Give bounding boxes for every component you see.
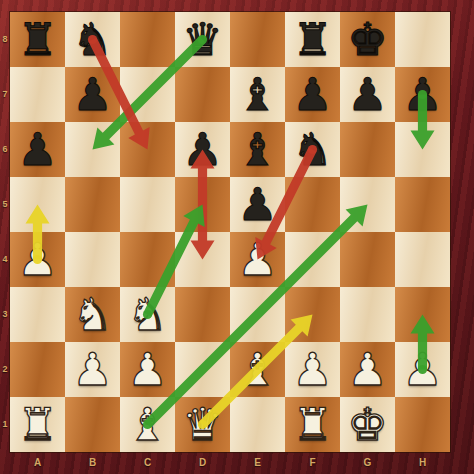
square-f3[interactable]: [285, 287, 340, 342]
rank-label-5: 5: [0, 199, 10, 209]
square-h7[interactable]: ♟: [395, 67, 450, 122]
white-pawn[interactable]: ♟: [72, 342, 112, 397]
square-c3[interactable]: ♞: [120, 287, 175, 342]
square-c8[interactable]: [120, 12, 175, 67]
white-pawn[interactable]: ♟: [292, 342, 332, 397]
square-h3[interactable]: [395, 287, 450, 342]
square-g4[interactable]: [340, 232, 395, 287]
square-a7[interactable]: [10, 67, 65, 122]
white-pawn[interactable]: ♟: [237, 232, 277, 287]
square-d5[interactable]: [175, 177, 230, 232]
square-b3[interactable]: ♞: [65, 287, 120, 342]
black-pawn[interactable]: ♟: [237, 177, 277, 232]
white-rook[interactable]: ♜: [292, 397, 332, 452]
square-f1[interactable]: ♜: [285, 397, 340, 452]
rank-label-6: 6: [0, 144, 10, 154]
file-label-e: E: [248, 457, 268, 468]
square-a8[interactable]: ♜: [10, 12, 65, 67]
square-g7[interactable]: ♟: [340, 67, 395, 122]
square-f5[interactable]: [285, 177, 340, 232]
square-b6[interactable]: [65, 122, 120, 177]
square-a5[interactable]: [10, 177, 65, 232]
square-g8[interactable]: ♚: [340, 12, 395, 67]
square-c6[interactable]: [120, 122, 175, 177]
square-c7[interactable]: [120, 67, 175, 122]
square-f6[interactable]: ♞: [285, 122, 340, 177]
white-pawn[interactable]: ♟: [347, 342, 387, 397]
white-pawn[interactable]: ♟: [402, 342, 442, 397]
file-label-b: B: [83, 457, 103, 468]
square-b1[interactable]: [65, 397, 120, 452]
file-label-c: C: [138, 457, 158, 468]
file-label-g: G: [358, 457, 378, 468]
rank-label-3: 3: [0, 309, 10, 319]
rank-label-2: 2: [0, 364, 10, 374]
white-pawn[interactable]: ♟: [127, 342, 167, 397]
square-d3[interactable]: [175, 287, 230, 342]
black-knight[interactable]: ♞: [292, 122, 332, 177]
black-pawn[interactable]: ♟: [347, 67, 387, 122]
square-b5[interactable]: [65, 177, 120, 232]
square-e3[interactable]: [230, 287, 285, 342]
square-d6[interactable]: ♟: [175, 122, 230, 177]
square-e2[interactable]: ♝: [230, 342, 285, 397]
rank-label-4: 4: [0, 254, 10, 264]
square-g5[interactable]: [340, 177, 395, 232]
square-d2[interactable]: [175, 342, 230, 397]
file-label-h: H: [413, 457, 433, 468]
square-g2[interactable]: ♟: [340, 342, 395, 397]
file-label-a: A: [28, 457, 48, 468]
square-e8[interactable]: [230, 12, 285, 67]
black-rook[interactable]: ♜: [292, 12, 332, 67]
black-king[interactable]: ♚: [347, 12, 387, 67]
square-g3[interactable]: [340, 287, 395, 342]
square-e5[interactable]: ♟: [230, 177, 285, 232]
white-pawn[interactable]: ♟: [17, 232, 57, 287]
square-f8[interactable]: ♜: [285, 12, 340, 67]
black-queen[interactable]: ♛: [182, 12, 222, 67]
black-pawn[interactable]: ♟: [292, 67, 332, 122]
white-knight[interactable]: ♞: [72, 287, 112, 342]
file-label-f: F: [303, 457, 323, 468]
rank-label-7: 7: [0, 89, 10, 99]
square-a3[interactable]: [10, 287, 65, 342]
square-h4[interactable]: [395, 232, 450, 287]
square-a6[interactable]: ♟: [10, 122, 65, 177]
square-b4[interactable]: [65, 232, 120, 287]
square-e1[interactable]: [230, 397, 285, 452]
rank-label-1: 1: [0, 419, 10, 429]
square-g1[interactable]: ♚: [340, 397, 395, 452]
square-f7[interactable]: ♟: [285, 67, 340, 122]
chess-board: ♜♞♛♜♚♟♝♟♟♟♟♟♝♞♟♟♟♞♞♟♟♝♟♟♟♜♝♛♜♚: [10, 12, 450, 452]
black-pawn[interactable]: ♟: [72, 67, 112, 122]
square-d7[interactable]: [175, 67, 230, 122]
black-pawn[interactable]: ♟: [17, 122, 57, 177]
square-d8[interactable]: ♛: [175, 12, 230, 67]
square-a4[interactable]: ♟: [10, 232, 65, 287]
file-label-d: D: [193, 457, 213, 468]
white-knight[interactable]: ♞: [127, 287, 167, 342]
rank-label-8: 8: [0, 34, 10, 44]
square-b2[interactable]: ♟: [65, 342, 120, 397]
square-h5[interactable]: [395, 177, 450, 232]
square-h1[interactable]: [395, 397, 450, 452]
square-c4[interactable]: [120, 232, 175, 287]
square-h8[interactable]: [395, 12, 450, 67]
square-h2[interactable]: ♟: [395, 342, 450, 397]
chess-board-frame: ♜♞♛♜♚♟♝♟♟♟♟♟♝♞♟♟♟♞♞♟♟♝♟♟♟♜♝♛♜♚ 87654321 …: [0, 0, 474, 474]
white-king[interactable]: ♚: [347, 397, 387, 452]
white-bishop[interactable]: ♝: [237, 342, 277, 397]
square-c1[interactable]: ♝: [120, 397, 175, 452]
square-b7[interactable]: ♟: [65, 67, 120, 122]
square-g6[interactable]: [340, 122, 395, 177]
square-d1[interactable]: ♛: [175, 397, 230, 452]
square-d4[interactable]: [175, 232, 230, 287]
black-bishop[interactable]: ♝: [237, 122, 277, 177]
square-b8[interactable]: ♞: [65, 12, 120, 67]
white-bishop[interactable]: ♝: [127, 397, 167, 452]
black-bishop[interactable]: ♝: [237, 67, 277, 122]
square-h6[interactable]: [395, 122, 450, 177]
black-knight[interactable]: ♞: [72, 12, 112, 67]
square-a1[interactable]: ♜: [10, 397, 65, 452]
square-c5[interactable]: [120, 177, 175, 232]
square-f2[interactable]: ♟: [285, 342, 340, 397]
square-c2[interactable]: ♟: [120, 342, 175, 397]
black-pawn[interactable]: ♟: [182, 122, 222, 177]
square-e7[interactable]: ♝: [230, 67, 285, 122]
white-queen[interactable]: ♛: [182, 397, 222, 452]
white-rook[interactable]: ♜: [17, 397, 57, 452]
square-f4[interactable]: [285, 232, 340, 287]
square-a2[interactable]: [10, 342, 65, 397]
black-rook[interactable]: ♜: [17, 12, 57, 67]
square-e4[interactable]: ♟: [230, 232, 285, 287]
square-e6[interactable]: ♝: [230, 122, 285, 177]
black-pawn[interactable]: ♟: [402, 67, 442, 122]
